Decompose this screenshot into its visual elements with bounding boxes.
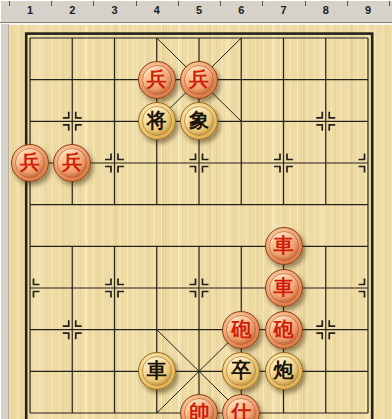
piece-glyph: 帥: [189, 402, 209, 419]
piece-glyph: 砲: [274, 319, 294, 339]
piece-red-chariot-1[interactable]: 車: [265, 227, 303, 265]
piece-glyph: 兵: [62, 152, 82, 172]
piece-black-soldier[interactable]: 卒: [222, 352, 260, 390]
ruler-tick: [262, 1, 263, 6]
xiangqi-board[interactable]: 兵兵将象兵兵車車砲砲車卒炮帥仕: [9, 17, 389, 419]
xiangqi-app-window: 兵兵将象兵兵車車砲砲車卒炮帥仕 123456789: [0, 0, 392, 419]
column-label-4: 4: [154, 4, 160, 16]
column-label-1: 1: [27, 4, 33, 16]
piece-red-soldier-2[interactable]: 兵: [180, 61, 218, 99]
piece-black-cannon[interactable]: 炮: [265, 352, 303, 390]
piece-glyph: 炮: [274, 360, 294, 380]
piece-glyph: 車: [274, 277, 294, 297]
piece-red-advisor[interactable]: 仕: [222, 394, 260, 419]
piece-red-soldier-1[interactable]: 兵: [138, 61, 176, 99]
column-label-5: 5: [196, 4, 202, 16]
column-label-6: 6: [238, 4, 244, 16]
piece-glyph: 将: [147, 110, 167, 130]
piece-glyph: 車: [147, 360, 167, 380]
ruler-tick: [9, 1, 10, 6]
ruler-tick: [389, 1, 390, 6]
piece-red-soldier-3[interactable]: 兵: [11, 144, 49, 182]
ruler-board-gap: [0, 23, 392, 25]
piece-glyph: 仕: [231, 402, 251, 419]
ruler-tick: [305, 1, 306, 6]
piece-glyph: 砲: [231, 319, 251, 339]
column-label-8: 8: [323, 4, 329, 16]
piece-glyph: 卒: [231, 360, 251, 380]
ruler-tick: [136, 1, 137, 6]
piece-red-chariot-2[interactable]: 車: [265, 269, 303, 307]
piece-glyph: 兵: [189, 69, 209, 89]
piece-black-elephant[interactable]: 象: [180, 102, 218, 140]
column-label-3: 3: [111, 4, 117, 16]
piece-red-general[interactable]: 帥: [180, 394, 218, 419]
piece-red-cannon-2[interactable]: 砲: [265, 311, 303, 349]
ruler-tick: [51, 1, 52, 6]
ruler-tick: [178, 1, 179, 6]
ruler-tick: [93, 1, 94, 6]
ruler-tick: [347, 1, 348, 6]
ruler-tick: [220, 1, 221, 6]
left-margin-strip: [0, 24, 9, 419]
piece-glyph: 象: [189, 110, 209, 130]
piece-red-cannon-1[interactable]: 砲: [222, 311, 260, 349]
column-label-7: 7: [280, 4, 286, 16]
piece-black-general[interactable]: 将: [138, 102, 176, 140]
piece-black-chariot[interactable]: 車: [138, 352, 176, 390]
column-ruler: 123456789: [0, 0, 392, 23]
column-label-9: 9: [365, 4, 371, 16]
piece-glyph: 兵: [20, 152, 40, 172]
column-label-2: 2: [69, 4, 75, 16]
piece-red-soldier-4[interactable]: 兵: [53, 144, 91, 182]
piece-glyph: 兵: [147, 69, 167, 89]
piece-glyph: 車: [274, 235, 294, 255]
